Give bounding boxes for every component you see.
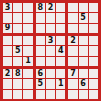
cell-r4c9[interactable] [89,36,98,45]
cell-r7c9[interactable] [89,69,98,78]
cell-r3c7[interactable] [68,24,77,33]
cell-r9c9[interactable] [89,90,98,99]
cell-r3c8[interactable] [79,24,88,33]
cell-r4c1[interactable] [3,36,12,45]
cell-r6c3[interactable]: 1 [23,57,32,66]
cell-r8c1[interactable] [3,79,12,88]
cell-r4c5[interactable]: 3 [46,36,55,45]
cell-r9c5[interactable] [46,90,55,99]
cell-r9c8[interactable] [79,90,88,99]
cell-r8c7[interactable] [68,79,77,88]
cell-r6c8[interactable] [79,57,88,66]
cell-r3c1[interactable]: 9 [3,24,12,33]
cell-r1c6[interactable] [56,3,65,12]
cell-r2c7[interactable] [68,13,77,22]
cell-r7c6[interactable] [56,69,65,78]
cell-r5c5[interactable] [46,46,55,55]
box-1: 39 [3,3,33,33]
cell-r8c3[interactable] [23,79,32,88]
cell-r2c1[interactable] [3,13,12,22]
cell-r6c5[interactable] [46,57,55,66]
cell-r9c3[interactable] [23,90,32,99]
cell-r6c4[interactable] [36,57,45,66]
cell-r3c4[interactable] [36,24,45,33]
cell-r3c3[interactable] [23,24,32,33]
cell-r3c5[interactable] [46,24,55,33]
cell-r4c2[interactable] [13,36,22,45]
cell-r1c5[interactable]: 2 [46,3,55,12]
cell-r4c7[interactable]: 2 [68,36,77,45]
cell-r3c6[interactable] [56,24,65,33]
cell-r6c9[interactable] [89,57,98,66]
cell-r2c6[interactable] [56,13,65,22]
cell-r2c4[interactable] [36,13,45,22]
cell-r5c1[interactable] [3,46,12,55]
cell-r9c7[interactable] [68,90,77,99]
cell-r7c8[interactable] [79,69,88,78]
cell-r6c7[interactable] [68,57,77,66]
cell-r7c1[interactable]: 2 [3,69,12,78]
cell-r2c5[interactable] [46,13,55,22]
cell-r1c4[interactable]: 8 [36,3,45,12]
cell-r4c8[interactable] [79,36,88,45]
cell-r5c4[interactable] [36,46,45,55]
cell-r5c7[interactable] [68,46,77,55]
cell-r6c6[interactable] [56,57,65,66]
cell-r9c4[interactable] [36,90,45,99]
cell-r5c6[interactable]: 4 [56,46,65,55]
cell-r4c3[interactable] [23,36,32,45]
cell-r5c3[interactable] [23,46,32,55]
box-2: 82 [36,3,66,33]
cell-r4c6[interactable] [56,36,65,45]
cell-r5c9[interactable] [89,46,98,55]
cell-r5c8[interactable] [79,46,88,55]
cell-r1c1[interactable]: 3 [3,3,12,12]
cell-r7c2[interactable]: 8 [13,69,22,78]
cell-r3c9[interactable] [89,24,98,33]
cell-r8c4[interactable]: 5 [36,79,45,88]
cell-r5c2[interactable]: 5 [13,46,22,55]
cell-r3c2[interactable] [13,24,22,33]
cell-r9c1[interactable] [3,90,12,99]
box-3: 5 [68,3,98,33]
cell-r6c2[interactable] [13,57,22,66]
cell-r2c3[interactable] [23,13,32,22]
cell-r8c8[interactable]: 6 [79,79,88,88]
cell-r2c9[interactable] [89,13,98,22]
cell-r1c2[interactable] [13,3,22,12]
cell-r7c4[interactable]: 6 [36,69,45,78]
box-4: 51 [3,36,33,66]
cell-r8c2[interactable] [13,79,22,88]
box-7: 28 [3,69,33,99]
cell-r7c3[interactable] [23,69,32,78]
cell-r9c2[interactable] [13,90,22,99]
cell-r6c1[interactable] [3,57,12,66]
cell-r8c6[interactable]: 1 [56,79,65,88]
cell-r1c3[interactable] [23,3,32,12]
box-8: 651 [36,69,66,99]
box-9: 76 [68,69,98,99]
cell-r8c9[interactable] [89,79,98,88]
cell-r1c8[interactable] [79,3,88,12]
cell-r2c8[interactable]: 5 [79,13,88,22]
cell-r1c9[interactable] [89,3,98,12]
cell-r4c4[interactable] [36,36,45,45]
cell-r1c7[interactable] [68,3,77,12]
cell-r7c7[interactable]: 7 [68,69,77,78]
box-5: 34 [36,36,66,66]
box-6: 2 [68,36,98,66]
cell-r7c5[interactable] [46,69,55,78]
cell-r9c6[interactable] [56,90,65,99]
cell-r8c5[interactable] [46,79,55,88]
sudoku-board: 39825513422865176 [0,0,101,101]
cell-r2c2[interactable] [13,13,22,22]
